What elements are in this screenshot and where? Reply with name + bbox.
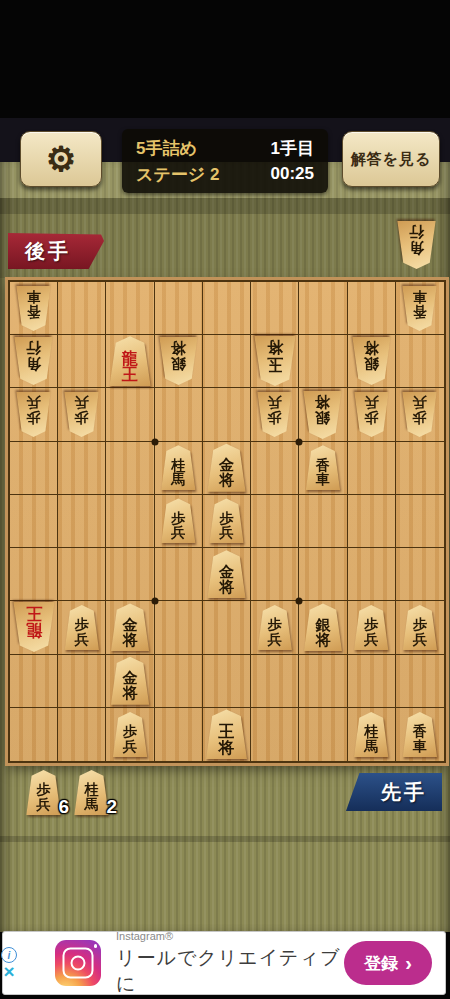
settings-button[interactable]: ⚙: [20, 131, 102, 187]
board-cell[interactable]: [58, 708, 106, 761]
board-cell[interactable]: [299, 548, 347, 601]
board-cell[interactable]: [203, 655, 251, 708]
shogi-piece-sente[interactable]: 桂馬: [161, 445, 196, 490]
shogi-piece-gote[interactable]: 銀将: [159, 337, 198, 385]
shogi-piece-gote[interactable]: 歩兵: [257, 392, 292, 437]
board-cell[interactable]: [299, 655, 347, 708]
board-cell[interactable]: [251, 495, 299, 548]
board-cell[interactable]: 歩兵: [348, 601, 396, 654]
shogi-piece-sente[interactable]: 桂馬: [74, 770, 109, 815]
board-cell[interactable]: [155, 655, 203, 708]
star-point: [151, 598, 158, 605]
board-cell[interactable]: 歩兵: [348, 388, 396, 441]
board-cell[interactable]: [299, 282, 347, 335]
shogi-piece-sente[interactable]: 歩兵: [354, 605, 389, 650]
instagram-camera-lens: [71, 956, 86, 971]
star-point: [151, 438, 158, 445]
tatami-band: [0, 198, 450, 214]
shogi-piece-sente[interactable]: 歩兵: [209, 498, 244, 543]
shogi-piece-sente[interactable]: 金将: [111, 657, 150, 705]
shogi-app: ⚙ 5手詰め 1手目 ステージ 2 00:25 解答を見る 後手 角行 香車香車…: [0, 0, 450, 999]
board-cell[interactable]: [251, 548, 299, 601]
chevron-right-icon: ›: [405, 953, 412, 973]
shogi-piece-gote[interactable]: 香車: [402, 286, 437, 331]
shogi-piece-sente[interactable]: 銀将: [303, 603, 342, 651]
shogi-piece-sente[interactable]: 歩兵: [113, 712, 148, 757]
shogi-board: 香車香車角行龍王銀将玉将銀将歩兵歩兵歩兵銀将歩兵歩兵桂馬金将香車歩兵歩兵金将龍王…: [8, 280, 446, 763]
sente-hand-area: 歩兵6桂馬2: [26, 770, 109, 815]
stage-label: ステージ 2: [136, 163, 235, 186]
shogi-piece-sente[interactable]: 歩兵: [161, 498, 196, 543]
board-cell[interactable]: [58, 655, 106, 708]
board-cell[interactable]: [10, 708, 58, 761]
board-cell[interactable]: [10, 655, 58, 708]
board-cell[interactable]: 香車: [396, 282, 444, 335]
board-cell[interactable]: [299, 495, 347, 548]
board-cell[interactable]: 金将: [106, 655, 154, 708]
puzzle-type-label: 5手詰め: [136, 137, 235, 160]
board-cell[interactable]: [58, 495, 106, 548]
ad-banner[interactable]: Instagram® リールでクリエイティブに 登録 ›: [2, 931, 446, 995]
shogi-piece-gote[interactable]: 銀将: [352, 337, 391, 385]
board-cell[interactable]: 金将: [203, 442, 251, 495]
board-cell[interactable]: [251, 655, 299, 708]
board-cell[interactable]: 歩兵: [251, 601, 299, 654]
instagram-logo-icon[interactable]: [55, 940, 101, 986]
board-cell[interactable]: 桂馬: [348, 708, 396, 761]
hand-piece[interactable]: 桂馬2: [74, 770, 109, 815]
board-cell[interactable]: [155, 601, 203, 654]
show-answer-label: 解答を見る: [351, 150, 432, 169]
board-cell[interactable]: 銀将: [155, 335, 203, 388]
board-cell[interactable]: 歩兵: [251, 388, 299, 441]
board-cell[interactable]: [58, 548, 106, 601]
timer-label: 00:25: [235, 164, 314, 184]
shogi-piece-sente[interactable]: 香車: [305, 445, 340, 490]
board-cell[interactable]: 桂馬: [155, 442, 203, 495]
board-cell[interactable]: [396, 548, 444, 601]
shogi-piece-sente[interactable]: 桂馬: [354, 712, 389, 757]
shogi-piece-sente[interactable]: 香車: [402, 712, 437, 757]
board-cell[interactable]: [348, 442, 396, 495]
gote-banner: 後手: [8, 233, 104, 269]
shogi-piece-gote[interactable]: 角行: [14, 337, 53, 385]
shogi-piece-sente[interactable]: 龍王: [109, 336, 151, 386]
board-cell[interactable]: 銀将: [299, 601, 347, 654]
board-cell[interactable]: [155, 548, 203, 601]
board-cell[interactable]: [299, 335, 347, 388]
board-cell[interactable]: [106, 282, 154, 335]
board-cell[interactable]: 歩兵: [155, 495, 203, 548]
board-cell[interactable]: [10, 495, 58, 548]
board-cell[interactable]: 歩兵: [58, 601, 106, 654]
shogi-piece-gote[interactable]: 歩兵: [354, 392, 389, 437]
board-cell[interactable]: [348, 495, 396, 548]
shogi-piece-gote[interactable]: 歩兵: [16, 392, 51, 437]
gote-hand-area: 角行: [397, 221, 436, 269]
board-cell[interactable]: 角行: [10, 335, 58, 388]
board-cell[interactable]: 歩兵: [106, 708, 154, 761]
board-cell[interactable]: [106, 548, 154, 601]
gear-icon: ⚙: [46, 139, 76, 179]
hand-piece[interactable]: 角行: [397, 221, 436, 269]
shogi-piece-gote[interactable]: 歩兵: [64, 392, 99, 437]
shogi-piece-gote[interactable]: 角行: [397, 221, 436, 269]
board-cell[interactable]: [10, 548, 58, 601]
board-cell[interactable]: [251, 282, 299, 335]
sente-banner: 先手: [346, 773, 442, 811]
shogi-piece-sente[interactable]: 金将: [207, 550, 246, 598]
shogi-piece-gote[interactable]: 銀将: [303, 391, 342, 439]
board-cell[interactable]: 龍王: [106, 335, 154, 388]
sente-banner-label: 先手: [381, 781, 427, 803]
shogi-piece-sente[interactable]: 歩兵: [64, 605, 99, 650]
shogi-piece-sente[interactable]: 歩兵: [26, 770, 61, 815]
board-cell[interactable]: [155, 282, 203, 335]
board-cell[interactable]: 銀将: [348, 335, 396, 388]
shogi-piece-sente[interactable]: 王将: [205, 709, 247, 759]
board-cell[interactable]: 香車: [396, 708, 444, 761]
board-cell[interactable]: [203, 601, 251, 654]
board-cell[interactable]: 歩兵: [58, 388, 106, 441]
board-cell[interactable]: [58, 282, 106, 335]
ad-brand-label: Instagram®: [116, 930, 344, 942]
board-cell[interactable]: 歩兵: [10, 388, 58, 441]
board-cell[interactable]: [396, 335, 444, 388]
hand-piece-count: 2: [106, 796, 117, 818]
board-cell[interactable]: 王将: [203, 708, 251, 761]
ad-register-button[interactable]: 登録 ›: [344, 941, 432, 985]
board-cell[interactable]: [396, 495, 444, 548]
board-cell[interactable]: [58, 335, 106, 388]
board-cell[interactable]: [155, 708, 203, 761]
board-cell[interactable]: 歩兵: [203, 495, 251, 548]
move-number-label: 1手目: [235, 137, 314, 160]
hand-piece-count: 6: [58, 796, 69, 818]
board-cell[interactable]: [106, 388, 154, 441]
board-cell[interactable]: 金将: [203, 548, 251, 601]
shogi-piece-sente[interactable]: 金将: [111, 603, 150, 651]
shogi-piece-sente[interactable]: 歩兵: [257, 605, 292, 650]
ad-register-label: 登録: [364, 952, 398, 975]
tatami-band: [0, 836, 450, 842]
shogi-piece-gote[interactable]: 歩兵: [402, 392, 437, 437]
board-cell[interactable]: 香車: [299, 442, 347, 495]
board-cell[interactable]: 歩兵: [396, 601, 444, 654]
board-cell[interactable]: 香車: [10, 282, 58, 335]
gote-banner-label: 後手: [25, 240, 71, 262]
board-cell[interactable]: [348, 548, 396, 601]
board-cell[interactable]: 龍王: [10, 601, 58, 654]
board-cell[interactable]: [348, 655, 396, 708]
board-cell[interactable]: [299, 708, 347, 761]
board-cell[interactable]: 銀将: [299, 388, 347, 441]
board-cell[interactable]: [106, 442, 154, 495]
ad-close-icon[interactable]: ×: [0, 963, 18, 981]
shogi-piece-gote[interactable]: 玉将: [254, 336, 296, 386]
board-cell[interactable]: [203, 282, 251, 335]
board-cell[interactable]: 金将: [106, 601, 154, 654]
ad-text-block: Instagram® リールでクリエイティブに: [116, 930, 344, 997]
board-cell[interactable]: [106, 495, 154, 548]
show-answer-button[interactable]: 解答を見る: [342, 131, 440, 187]
board-cell[interactable]: [155, 388, 203, 441]
board-cell[interactable]: [58, 442, 106, 495]
board-cell[interactable]: [396, 442, 444, 495]
board-cell[interactable]: [348, 282, 396, 335]
shogi-piece-gote[interactable]: 龍王: [13, 602, 55, 652]
shogi-piece-gote[interactable]: 香車: [16, 286, 51, 331]
board-cell[interactable]: [251, 442, 299, 495]
board-cell[interactable]: [396, 655, 444, 708]
board-cell[interactable]: [10, 442, 58, 495]
star-point: [296, 438, 303, 445]
shogi-piece-sente[interactable]: 歩兵: [402, 605, 437, 650]
hand-piece[interactable]: 歩兵6: [26, 770, 61, 815]
instagram-camera-flash-dot: [94, 944, 98, 948]
board-cell[interactable]: [203, 335, 251, 388]
board-grid: 香車香車角行龍王銀将玉将銀将歩兵歩兵歩兵銀将歩兵歩兵桂馬金将香車歩兵歩兵金将龍王…: [10, 282, 444, 761]
ad-headline: リールでクリエイティブに: [116, 945, 344, 997]
star-point: [296, 598, 303, 605]
board-cell[interactable]: [203, 388, 251, 441]
board-cell[interactable]: [251, 708, 299, 761]
puzzle-info-panel: 5手詰め 1手目 ステージ 2 00:25: [122, 129, 328, 193]
shogi-piece-sente[interactable]: 金将: [207, 444, 246, 492]
board-cell[interactable]: 歩兵: [396, 388, 444, 441]
board-cell[interactable]: 玉将: [251, 335, 299, 388]
